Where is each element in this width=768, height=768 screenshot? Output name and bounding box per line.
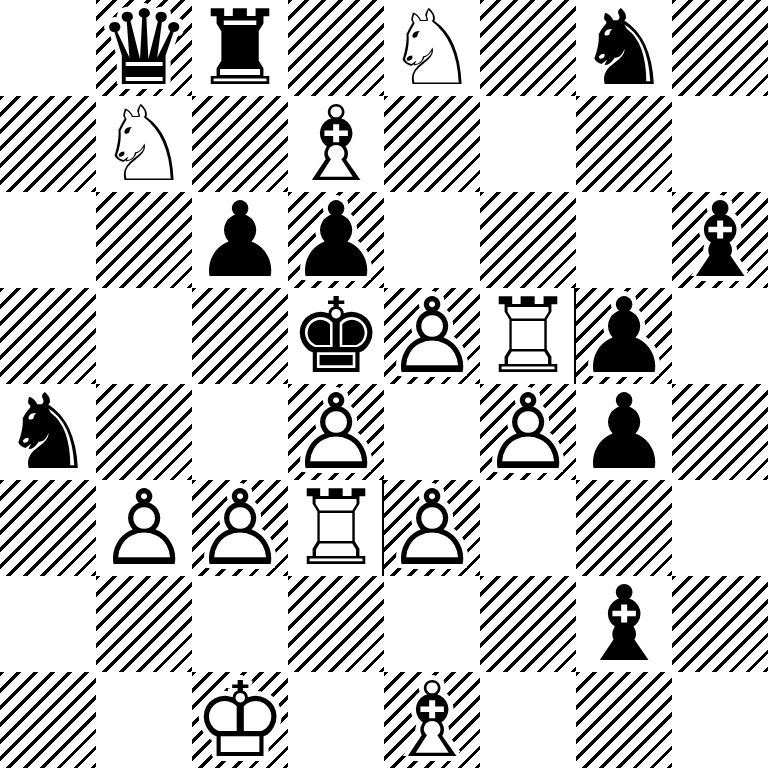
square-g5[interactable]: ♟♟	[576, 288, 672, 384]
white-bishop-icon: ♗	[384, 672, 480, 768]
white-bishop-halo: ♝	[384, 672, 480, 768]
square-c5[interactable]	[192, 288, 288, 384]
square-a1[interactable]	[0, 672, 96, 768]
square-f3[interactable]	[480, 480, 576, 576]
square-f4[interactable]: ♟♙	[480, 384, 576, 480]
white-rook-halo: ♜	[480, 288, 576, 384]
square-a7[interactable]	[0, 96, 96, 192]
white-pawn-icon: ♙	[192, 480, 288, 576]
square-b7[interactable]: ♞♘	[96, 96, 192, 192]
white-pawn-icon: ♙	[480, 384, 576, 480]
black-bishop-icon: ♝	[576, 576, 672, 672]
white-king-icon: ♔	[192, 672, 288, 768]
black-bishop-halo: ♝	[576, 576, 672, 672]
white-bishop-halo: ♝	[288, 96, 384, 192]
chess-board: ♛♛♜♜♞♘♞♞♞♘♝♗♟♟♟♟♝♝♚♚♟♙♜♖♟♟♞♞♟♙♟♙♟♟♟♙♟♙♜♖…	[0, 0, 768, 768]
square-e8[interactable]: ♞♘	[384, 0, 480, 96]
black-king-halo: ♚	[288, 288, 384, 384]
square-a8[interactable]	[0, 0, 96, 96]
square-e2[interactable]	[384, 576, 480, 672]
white-pawn-halo: ♟	[96, 480, 192, 576]
square-h1[interactable]	[672, 672, 768, 768]
square-f8[interactable]	[480, 0, 576, 96]
square-b8[interactable]: ♛♛	[96, 0, 192, 96]
black-pawn-icon: ♟	[288, 192, 384, 288]
square-f7[interactable]	[480, 96, 576, 192]
square-c2[interactable]	[192, 576, 288, 672]
square-f6[interactable]	[480, 192, 576, 288]
square-h4[interactable]	[672, 384, 768, 480]
square-d1[interactable]	[288, 672, 384, 768]
black-knight-icon: ♞	[576, 0, 672, 96]
square-b4[interactable]	[96, 384, 192, 480]
white-pawn-halo: ♟	[480, 384, 576, 480]
square-d6[interactable]: ♟♟	[288, 192, 384, 288]
square-h5[interactable]	[672, 288, 768, 384]
black-rook-halo: ♜	[192, 0, 288, 96]
square-c7[interactable]	[192, 96, 288, 192]
square-g1[interactable]	[576, 672, 672, 768]
black-knight-halo: ♞	[0, 384, 96, 480]
square-c4[interactable]	[192, 384, 288, 480]
white-pawn-halo: ♟	[384, 288, 480, 384]
square-b3[interactable]: ♟♙	[96, 480, 192, 576]
black-pawn-halo: ♟	[288, 192, 384, 288]
square-e3[interactable]: ♟♙	[384, 480, 480, 576]
white-pawn-icon: ♙	[288, 384, 384, 480]
white-pawn-halo: ♟	[192, 480, 288, 576]
white-rook-icon: ♖	[480, 288, 576, 384]
black-pawn-halo: ♟	[192, 192, 288, 288]
black-bishop-icon: ♝	[672, 192, 768, 288]
square-d2[interactable]	[288, 576, 384, 672]
white-pawn-halo: ♟	[288, 384, 384, 480]
white-knight-icon: ♘	[96, 96, 192, 192]
square-a2[interactable]	[0, 576, 96, 672]
square-g3[interactable]	[576, 480, 672, 576]
black-pawn-icon: ♟	[576, 384, 672, 480]
black-pawn-halo: ♟	[576, 384, 672, 480]
square-e1[interactable]: ♝♗	[384, 672, 480, 768]
square-d8[interactable]	[288, 0, 384, 96]
square-f2[interactable]	[480, 576, 576, 672]
black-pawn-icon: ♟	[576, 288, 672, 384]
black-knight-halo: ♞	[576, 0, 672, 96]
square-e4[interactable]	[384, 384, 480, 480]
black-pawn-halo: ♟	[576, 288, 672, 384]
square-g2[interactable]: ♝♝	[576, 576, 672, 672]
square-g4[interactable]: ♟♟	[576, 384, 672, 480]
white-knight-icon: ♘	[384, 0, 480, 96]
white-rook-halo: ♜	[288, 480, 384, 576]
black-queen-icon: ♛	[96, 0, 192, 96]
square-d4[interactable]: ♟♙	[288, 384, 384, 480]
black-rook-icon: ♜	[192, 0, 288, 96]
square-h3[interactable]	[672, 480, 768, 576]
square-b6[interactable]	[96, 192, 192, 288]
square-h7[interactable]	[672, 96, 768, 192]
black-queen-halo: ♛	[96, 0, 192, 96]
white-knight-halo: ♞	[384, 0, 480, 96]
square-d3[interactable]: ♜♖	[288, 480, 384, 576]
square-d7[interactable]: ♝♗	[288, 96, 384, 192]
square-a5[interactable]	[0, 288, 96, 384]
square-c6[interactable]: ♟♟	[192, 192, 288, 288]
square-b2[interactable]	[96, 576, 192, 672]
square-g7[interactable]	[576, 96, 672, 192]
square-g8[interactable]: ♞♞	[576, 0, 672, 96]
square-h6[interactable]: ♝♝	[672, 192, 768, 288]
square-b1[interactable]	[96, 672, 192, 768]
white-pawn-icon: ♙	[384, 480, 480, 576]
square-c1[interactable]: ♚♔	[192, 672, 288, 768]
square-a3[interactable]	[0, 480, 96, 576]
square-a6[interactable]	[0, 192, 96, 288]
square-c8[interactable]: ♜♜	[192, 0, 288, 96]
square-h2[interactable]	[672, 576, 768, 672]
square-g6[interactable]	[576, 192, 672, 288]
square-h8[interactable]	[672, 0, 768, 96]
white-pawn-icon: ♙	[96, 480, 192, 576]
black-pawn-icon: ♟	[192, 192, 288, 288]
square-e5[interactable]: ♟♙	[384, 288, 480, 384]
square-e6[interactable]	[384, 192, 480, 288]
black-bishop-halo: ♝	[672, 192, 768, 288]
square-e7[interactable]	[384, 96, 480, 192]
square-f5[interactable]: ♜♖	[480, 288, 576, 384]
white-bishop-icon: ♗	[288, 96, 384, 192]
white-pawn-icon: ♙	[384, 288, 480, 384]
black-knight-icon: ♞	[0, 384, 96, 480]
white-knight-halo: ♞	[96, 96, 192, 192]
black-king-icon: ♚	[288, 288, 384, 384]
square-c3[interactable]: ♟♙	[192, 480, 288, 576]
square-d5[interactable]: ♚♚	[288, 288, 384, 384]
square-a4[interactable]: ♞♞	[0, 384, 96, 480]
white-pawn-halo: ♟	[384, 480, 480, 576]
white-rook-icon: ♖	[288, 480, 384, 576]
square-b5[interactable]	[96, 288, 192, 384]
square-f1[interactable]	[480, 672, 576, 768]
white-king-halo: ♚	[192, 672, 288, 768]
